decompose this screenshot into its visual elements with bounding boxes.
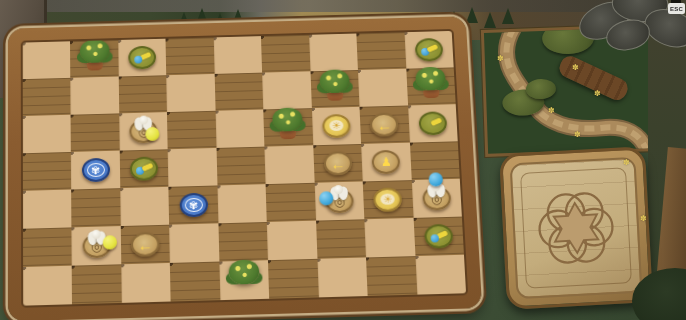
board-cell-r5c3[interactable] bbox=[120, 187, 169, 226]
yellow-yarn-ball bbox=[102, 235, 116, 249]
board-cell-r2c6[interactable] bbox=[262, 71, 311, 109]
board-cell-r4c6[interactable] bbox=[265, 145, 315, 184]
yellow-plate: ☀ bbox=[322, 114, 351, 138]
plate-emblem-icon: ✾ bbox=[84, 160, 108, 180]
board-cell-r5c2[interactable] bbox=[72, 188, 121, 227]
board-cell-r2c4[interactable] bbox=[167, 74, 216, 112]
game-board: ◎☀←✾←♟✾◎☀◎◎← bbox=[8, 16, 482, 320]
board-cell-r6c8[interactable] bbox=[364, 218, 415, 258]
board-cell-r2c5[interactable] bbox=[214, 73, 263, 111]
plate-emblem-icon: ← bbox=[325, 153, 350, 173]
rosette-motif bbox=[526, 178, 627, 279]
board-cell-r5c5[interactable] bbox=[217, 184, 267, 223]
board-cell-r6c4[interactable] bbox=[169, 223, 219, 263]
bush-icon bbox=[415, 67, 446, 91]
plate-emblem-icon: ♟ bbox=[374, 152, 399, 172]
board-cell-r7c1[interactable] bbox=[23, 266, 72, 306]
blue-ball-icon bbox=[134, 56, 142, 64]
bush-icon bbox=[319, 69, 350, 93]
tray-parchment bbox=[510, 157, 643, 299]
board-cell-r2c3[interactable] bbox=[119, 75, 168, 113]
tan-plate: ← bbox=[323, 151, 352, 175]
board-cell-r7c3[interactable] bbox=[121, 263, 171, 303]
board-cell-r4c1[interactable] bbox=[23, 152, 72, 191]
board-cell-r3c2[interactable] bbox=[71, 113, 120, 152]
conifer-tree-icon bbox=[484, 12, 496, 28]
moth-body bbox=[139, 116, 148, 125]
conifer-tree-icon bbox=[466, 7, 478, 23]
tan-plate: ← bbox=[131, 232, 160, 257]
board-cell-r2c2[interactable] bbox=[71, 77, 119, 115]
blue-plate: ✾ bbox=[179, 193, 208, 218]
plate-emblem-icon: ← bbox=[133, 234, 158, 255]
board-cell-r6c6[interactable] bbox=[267, 221, 317, 261]
board-cell-r7c8[interactable] bbox=[366, 256, 417, 296]
board-cell-r1c8[interactable] bbox=[356, 32, 405, 70]
yellow-feather-icon bbox=[430, 117, 442, 126]
board-cell-r1c4[interactable] bbox=[166, 37, 215, 75]
board-cell-r3c4[interactable] bbox=[167, 111, 216, 150]
plate-emblem-icon: ← bbox=[372, 115, 397, 135]
conifer-tree-icon bbox=[196, 8, 208, 24]
plate-emblem-icon: ☀ bbox=[375, 189, 400, 210]
board-cell-r6c5[interactable] bbox=[218, 222, 268, 262]
board-cell-r4c5[interactable] bbox=[216, 147, 265, 186]
board-cell-r7c4[interactable] bbox=[170, 262, 220, 302]
board-cell-r3c1[interactable] bbox=[23, 115, 71, 154]
board-cell-r4c4[interactable] bbox=[168, 148, 217, 187]
rosette-tray bbox=[499, 146, 653, 309]
tan-plate: ♟ bbox=[372, 150, 401, 174]
yellow-feather-icon bbox=[426, 44, 438, 53]
yellow-feather-icon bbox=[142, 163, 154, 172]
flower-sprite bbox=[574, 130, 581, 139]
tan-plate: ← bbox=[370, 113, 399, 137]
flower-sprite bbox=[623, 158, 630, 167]
bush-icon bbox=[79, 39, 109, 63]
conifer-tree-icon bbox=[502, 8, 514, 24]
blue-yarn-ball bbox=[319, 191, 334, 205]
board-cell-r3c5[interactable] bbox=[215, 109, 264, 148]
board-cell-r1c6[interactable] bbox=[261, 35, 310, 73]
board-cell-r1c7[interactable] bbox=[309, 34, 358, 72]
board-cell-r1c5[interactable] bbox=[213, 36, 262, 74]
board-cell-r7c2[interactable] bbox=[72, 264, 122, 304]
flower-sprite bbox=[640, 214, 647, 223]
flower-sprite bbox=[594, 89, 601, 98]
board-cell-r7c9[interactable] bbox=[415, 255, 466, 295]
board-cell-r5c6[interactable] bbox=[266, 183, 316, 222]
blue-ball-icon bbox=[430, 234, 438, 242]
board-grid: ◎☀←✾←♟✾◎☀◎◎← bbox=[21, 29, 468, 308]
board-cell-r6c7[interactable] bbox=[316, 219, 366, 259]
board-cell-r7c7[interactable] bbox=[317, 257, 368, 297]
board-cell-r2c8[interactable] bbox=[358, 69, 408, 107]
flower-sprite bbox=[497, 54, 504, 63]
board-cell-r5c1[interactable] bbox=[23, 190, 72, 229]
board-cell-r6c1[interactable] bbox=[23, 227, 72, 267]
esc-key-hint[interactable]: ESC bbox=[668, 3, 685, 14]
plate-emblem-icon: ☀ bbox=[324, 116, 349, 136]
blue-yarn-ball bbox=[428, 172, 443, 186]
board-cell-r7c6[interactable] bbox=[268, 259, 318, 299]
flower-sprite bbox=[548, 106, 555, 115]
board-cell-r1c1[interactable] bbox=[23, 41, 71, 79]
blue-plate: ✾ bbox=[82, 158, 110, 182]
plate-emblem-icon: ✾ bbox=[181, 195, 206, 216]
board-cell-r2c1[interactable] bbox=[23, 78, 71, 116]
yellow-plate: ☀ bbox=[373, 187, 402, 212]
game-scene: ◎☀←✾←♟✾◎☀◎◎← bbox=[0, 0, 686, 320]
